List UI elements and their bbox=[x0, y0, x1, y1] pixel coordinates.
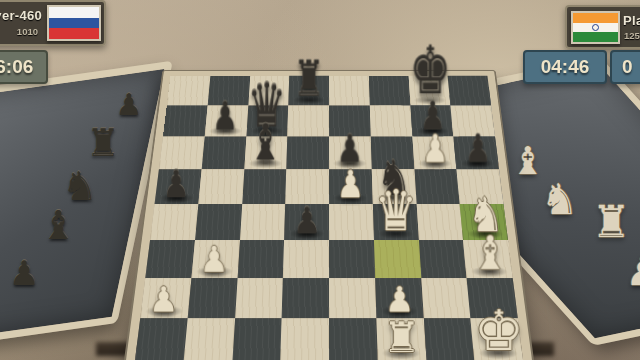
square-g6[interactable]: ♟ bbox=[412, 137, 457, 170]
piece-black-pawn-d4[interactable]: ♟ bbox=[293, 202, 321, 239]
square-e3[interactable] bbox=[329, 240, 375, 278]
square-b4[interactable] bbox=[195, 204, 242, 240]
square-e1[interactable] bbox=[329, 318, 378, 360]
captured-black-bishop: ♝ bbox=[40, 205, 76, 245]
square-b2[interactable] bbox=[187, 278, 237, 318]
right-player-secondary-clock: 0 bbox=[610, 50, 640, 84]
piece-white-pawn-e5[interactable]: ♟ bbox=[337, 165, 364, 203]
square-d1[interactable] bbox=[280, 318, 329, 360]
square-b5[interactable] bbox=[198, 169, 244, 203]
square-c2[interactable] bbox=[235, 278, 283, 318]
square-g2[interactable] bbox=[421, 278, 471, 318]
piece-white-bishop-h3[interactable]: ♝ bbox=[471, 230, 508, 276]
left-player-name: yer-460 bbox=[0, 8, 42, 23]
piece-black-bishop-c6[interactable]: ♝ bbox=[248, 118, 282, 168]
piece-white-pawn-f2[interactable]: ♟ bbox=[385, 282, 414, 317]
chess-board[interactable]: ♜♚♟♛♟♝♟♟♟♟♟♞♟♛♞♟♝♟♟♜♚ bbox=[135, 76, 523, 360]
piece-black-pawn-a5[interactable]: ♟ bbox=[163, 165, 190, 203]
captured-white-rook: ♜ bbox=[592, 200, 631, 244]
square-d3[interactable] bbox=[283, 240, 329, 278]
piece-white-rook-f1[interactable]: ♜ bbox=[383, 317, 420, 359]
square-a7[interactable] bbox=[163, 105, 207, 136]
captured-black-pawn: ♟ bbox=[9, 256, 39, 290]
square-d8[interactable]: ♜ bbox=[288, 76, 329, 106]
left-player-rating: 1010 bbox=[17, 26, 38, 37]
square-a2[interactable]: ♟ bbox=[140, 278, 191, 318]
square-e8[interactable] bbox=[329, 76, 370, 106]
square-f8[interactable] bbox=[369, 76, 410, 106]
right-player-rating: 125 bbox=[624, 30, 640, 41]
captured-black-rook: ♜ bbox=[86, 124, 120, 162]
piece-black-pawn-b7[interactable]: ♟ bbox=[212, 96, 238, 135]
right-player-clock: 04:46 bbox=[523, 50, 607, 84]
square-a4[interactable] bbox=[150, 204, 198, 240]
piece-black-pawn-h6[interactable]: ♟ bbox=[464, 130, 491, 169]
square-g5[interactable] bbox=[414, 169, 460, 203]
square-f7[interactable] bbox=[370, 105, 412, 136]
piece-white-queen-f4[interactable]: ♛ bbox=[375, 182, 418, 238]
square-e5[interactable]: ♟ bbox=[329, 169, 373, 203]
captured-black-pawn: ♟ bbox=[116, 90, 143, 120]
india-flag-icon bbox=[571, 11, 620, 44]
square-a3[interactable] bbox=[145, 240, 195, 278]
square-g3[interactable] bbox=[418, 240, 466, 278]
square-a5[interactable]: ♟ bbox=[155, 169, 202, 203]
piece-black-rook-d8[interactable]: ♜ bbox=[293, 55, 324, 105]
captured-white-pawn: ♟ bbox=[626, 251, 640, 291]
square-b6[interactable] bbox=[201, 137, 246, 170]
square-e4[interactable] bbox=[329, 204, 374, 240]
square-e2[interactable] bbox=[329, 278, 376, 318]
square-h8[interactable] bbox=[448, 76, 491, 106]
square-d2[interactable] bbox=[282, 278, 329, 318]
square-c6[interactable]: ♝ bbox=[244, 137, 288, 170]
square-h6[interactable]: ♟ bbox=[454, 137, 500, 170]
captured-white-knight: ♞ bbox=[541, 179, 579, 221]
square-a8[interactable] bbox=[167, 76, 210, 106]
game-screen: ♟♜♞♝♟ ♟♟♝♞♜♟ ♜♚♟♛♟♝♟♟♟♟♟♞♟♛♞♟♝♟♟♜♚ yer-4… bbox=[0, 0, 640, 360]
piece-white-pawn-a2[interactable]: ♟ bbox=[149, 282, 178, 317]
square-h3[interactable]: ♝ bbox=[463, 240, 513, 278]
square-b3[interactable]: ♟ bbox=[191, 240, 239, 278]
square-g4[interactable] bbox=[416, 204, 463, 240]
piece-white-pawn-g6[interactable]: ♟ bbox=[422, 130, 449, 169]
chess-board-frame: ♜♚♟♛♟♝♟♟♟♟♟♞♟♛♞♟♝♟♟♜♚ bbox=[125, 71, 533, 360]
square-c1[interactable] bbox=[232, 318, 282, 360]
ashoka-chakra-icon bbox=[592, 24, 599, 31]
captured-black-knight: ♞ bbox=[62, 166, 98, 206]
square-h1[interactable]: ♚ bbox=[471, 318, 524, 360]
left-player-plate: yer-460 1010 bbox=[0, 0, 106, 46]
square-f4[interactable]: ♛ bbox=[373, 204, 419, 240]
right-player-plate: Pla 125 bbox=[565, 5, 640, 49]
square-c4[interactable] bbox=[240, 204, 286, 240]
right-player-name: Pla bbox=[623, 13, 640, 28]
russia-flag-icon bbox=[47, 5, 101, 41]
square-g1[interactable] bbox=[423, 318, 474, 360]
left-player-clock: 06:06 bbox=[0, 50, 48, 84]
square-c5[interactable] bbox=[242, 169, 287, 203]
square-d4[interactable]: ♟ bbox=[284, 204, 329, 240]
square-f2[interactable]: ♟ bbox=[375, 278, 423, 318]
square-c3[interactable] bbox=[237, 240, 284, 278]
square-a1[interactable] bbox=[135, 318, 188, 360]
piece-white-pawn-b3[interactable]: ♟ bbox=[200, 241, 229, 277]
piece-white-king-h1[interactable]: ♚ bbox=[474, 303, 524, 359]
square-f3[interactable] bbox=[374, 240, 421, 278]
square-f1[interactable]: ♜ bbox=[376, 318, 426, 360]
square-d6[interactable] bbox=[286, 137, 329, 170]
square-d7[interactable] bbox=[287, 105, 329, 136]
square-b1[interactable] bbox=[183, 318, 234, 360]
square-b7[interactable]: ♟ bbox=[204, 105, 247, 136]
captured-white-bishop: ♝ bbox=[511, 142, 545, 180]
